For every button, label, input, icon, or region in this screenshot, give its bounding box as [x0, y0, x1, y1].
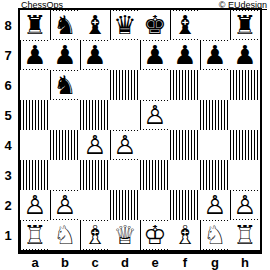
- square-g4[interactable]: [200, 130, 230, 160]
- square-f5[interactable]: [170, 100, 200, 130]
- square-e4[interactable]: [140, 130, 170, 160]
- square-a1[interactable]: ♖: [20, 220, 50, 250]
- square-g3[interactable]: [200, 160, 230, 190]
- square-a8[interactable]: ♜: [20, 10, 50, 40]
- piece-white-pawn[interactable]: ♙: [231, 191, 259, 219]
- square-g2[interactable]: ♙: [200, 190, 230, 220]
- piece-black-pawn[interactable]: ♟: [21, 41, 49, 69]
- square-b7[interactable]: ♟: [50, 40, 80, 70]
- rank-label-5: 5: [0, 100, 16, 130]
- file-label-a: a: [20, 255, 50, 270]
- piece-black-pawn[interactable]: ♟: [201, 41, 229, 69]
- square-a5[interactable]: [20, 100, 50, 130]
- square-b3[interactable]: [50, 160, 80, 190]
- square-b2[interactable]: ♙: [50, 190, 80, 220]
- square-e3[interactable]: [140, 160, 170, 190]
- piece-black-bishop[interactable]: ♝: [81, 11, 109, 39]
- board-frame: ♜♞♝♛♚♝♜♟♟♟♟♟♟♟♞♙♙♙♙♙♙♙♖♘♗♕♔♗♘♖: [18, 8, 262, 254]
- piece-black-pawn[interactable]: ♟: [51, 41, 79, 69]
- square-c4[interactable]: ♙: [80, 130, 110, 160]
- square-e7[interactable]: ♟: [140, 40, 170, 70]
- square-e5[interactable]: ♙: [140, 100, 170, 130]
- square-a3[interactable]: [20, 160, 50, 190]
- piece-black-bishop[interactable]: ♝: [171, 11, 199, 39]
- square-f6[interactable]: [170, 70, 200, 100]
- rank-labels: 87654321: [0, 10, 16, 250]
- square-g5[interactable]: [200, 100, 230, 130]
- square-f7[interactable]: ♟: [170, 40, 200, 70]
- square-b8[interactable]: ♞: [50, 10, 80, 40]
- file-labels: abcdefgh: [20, 255, 260, 269]
- square-f4[interactable]: [170, 130, 200, 160]
- file-label-h: h: [230, 255, 260, 270]
- square-c2[interactable]: [80, 190, 110, 220]
- file-label-c: c: [80, 255, 110, 270]
- square-b5[interactable]: [50, 100, 80, 130]
- piece-black-pawn[interactable]: ♟: [141, 41, 169, 69]
- piece-white-pawn[interactable]: ♙: [141, 101, 169, 129]
- file-label-e: e: [140, 255, 170, 270]
- square-d8[interactable]: ♛: [110, 10, 140, 40]
- square-d6[interactable]: [110, 70, 140, 100]
- square-g6[interactable]: [200, 70, 230, 100]
- piece-black-pawn[interactable]: ♟: [81, 41, 109, 69]
- square-f2[interactable]: [170, 190, 200, 220]
- piece-white-knight[interactable]: ♘: [201, 221, 229, 249]
- square-g8[interactable]: [200, 10, 230, 40]
- square-h7[interactable]: ♟: [230, 40, 260, 70]
- piece-black-pawn[interactable]: ♟: [171, 41, 199, 69]
- piece-black-queen[interactable]: ♛: [111, 11, 139, 39]
- chessops-window: { "app": { "title": "ChessOps", "copyrig…: [0, 0, 270, 270]
- square-c8[interactable]: ♝: [80, 10, 110, 40]
- rank-label-6: 6: [0, 70, 16, 100]
- square-g7[interactable]: ♟: [200, 40, 230, 70]
- square-h8[interactable]: ♜: [230, 10, 260, 40]
- square-d3[interactable]: [110, 160, 140, 190]
- square-h1[interactable]: ♖: [230, 220, 260, 250]
- square-f3[interactable]: [170, 160, 200, 190]
- file-label-b: b: [50, 255, 80, 270]
- square-h6[interactable]: [230, 70, 260, 100]
- file-label-g: g: [200, 255, 230, 270]
- square-d2[interactable]: [110, 190, 140, 220]
- square-e1[interactable]: ♔: [140, 220, 170, 250]
- rank-label-4: 4: [0, 130, 16, 160]
- square-h5[interactable]: [230, 100, 260, 130]
- square-g1[interactable]: ♘: [200, 220, 230, 250]
- square-f8[interactable]: ♝: [170, 10, 200, 40]
- piece-white-bishop[interactable]: ♗: [81, 221, 109, 249]
- square-a4[interactable]: [20, 130, 50, 160]
- square-c7[interactable]: ♟: [80, 40, 110, 70]
- piece-white-knight[interactable]: ♘: [51, 221, 79, 249]
- square-e8[interactable]: ♚: [140, 10, 170, 40]
- piece-black-knight[interactable]: ♞: [51, 11, 79, 39]
- piece-black-rook[interactable]: ♜: [231, 11, 259, 39]
- square-e2[interactable]: [140, 190, 170, 220]
- square-f1[interactable]: ♗: [170, 220, 200, 250]
- square-d7[interactable]: [110, 40, 140, 70]
- piece-white-pawn[interactable]: ♙: [201, 191, 229, 219]
- piece-white-pawn[interactable]: ♙: [111, 131, 139, 159]
- square-e6[interactable]: [140, 70, 170, 100]
- square-d4[interactable]: ♙: [110, 130, 140, 160]
- square-b4[interactable]: [50, 130, 80, 160]
- piece-white-pawn[interactable]: ♙: [81, 131, 109, 159]
- square-h2[interactable]: ♙: [230, 190, 260, 220]
- piece-black-king[interactable]: ♚: [141, 11, 169, 39]
- file-label-f: f: [170, 255, 200, 270]
- square-b6[interactable]: ♞: [50, 70, 80, 100]
- chess-board: ♜♞♝♛♚♝♜♟♟♟♟♟♟♟♞♙♙♙♙♙♙♙♖♘♗♕♔♗♘♖: [20, 10, 260, 250]
- rank-label-8: 8: [0, 10, 16, 40]
- piece-white-king[interactable]: ♔: [141, 221, 169, 249]
- piece-white-pawn[interactable]: ♙: [21, 191, 49, 219]
- rank-label-7: 7: [0, 40, 16, 70]
- piece-black-rook[interactable]: ♜: [21, 11, 49, 39]
- square-a7[interactable]: ♟: [20, 40, 50, 70]
- piece-white-rook[interactable]: ♖: [231, 221, 259, 249]
- piece-white-rook[interactable]: ♖: [21, 221, 49, 249]
- piece-white-pawn[interactable]: ♙: [51, 191, 79, 219]
- square-h3[interactable]: [230, 160, 260, 190]
- square-a6[interactable]: [20, 70, 50, 100]
- square-d1[interactable]: ♕: [110, 220, 140, 250]
- piece-white-bishop[interactable]: ♗: [171, 221, 199, 249]
- piece-white-queen[interactable]: ♕: [111, 221, 139, 249]
- square-b1[interactable]: ♘: [50, 220, 80, 250]
- rank-label-1: 1: [0, 220, 16, 250]
- piece-black-knight[interactable]: ♞: [51, 71, 79, 99]
- rank-label-3: 3: [0, 160, 16, 190]
- square-c5[interactable]: [80, 100, 110, 130]
- square-c6[interactable]: [80, 70, 110, 100]
- rank-label-2: 2: [0, 190, 16, 220]
- square-c3[interactable]: [80, 160, 110, 190]
- square-d5[interactable]: [110, 100, 140, 130]
- square-h4[interactable]: [230, 130, 260, 160]
- square-a2[interactable]: ♙: [20, 190, 50, 220]
- square-c1[interactable]: ♗: [80, 220, 110, 250]
- file-label-d: d: [110, 255, 140, 270]
- piece-black-pawn[interactable]: ♟: [231, 41, 259, 69]
